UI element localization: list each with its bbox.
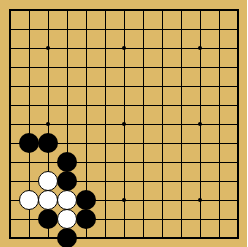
intersection-grid bbox=[1, 1, 248, 247]
black-stone bbox=[76, 190, 96, 210]
white-stone bbox=[38, 190, 58, 210]
star-point bbox=[198, 46, 202, 50]
black-stone bbox=[57, 228, 77, 247]
go-diagram bbox=[0, 0, 247, 247]
black-stone bbox=[19, 133, 39, 153]
black-stone bbox=[38, 133, 58, 153]
black-stone bbox=[57, 152, 77, 172]
white-stone bbox=[57, 190, 77, 210]
star-point bbox=[122, 46, 126, 50]
white-stone bbox=[19, 190, 39, 210]
black-stone bbox=[76, 209, 96, 229]
black-stone bbox=[38, 209, 58, 229]
go-board[interactable] bbox=[0, 0, 247, 247]
white-stone bbox=[57, 209, 77, 229]
star-point bbox=[46, 46, 50, 50]
white-stone bbox=[38, 171, 58, 191]
star-point bbox=[122, 122, 126, 126]
star-point bbox=[198, 122, 202, 126]
star-point bbox=[122, 198, 126, 202]
star-point bbox=[198, 198, 202, 202]
star-point bbox=[46, 122, 50, 126]
black-stone bbox=[57, 171, 77, 191]
